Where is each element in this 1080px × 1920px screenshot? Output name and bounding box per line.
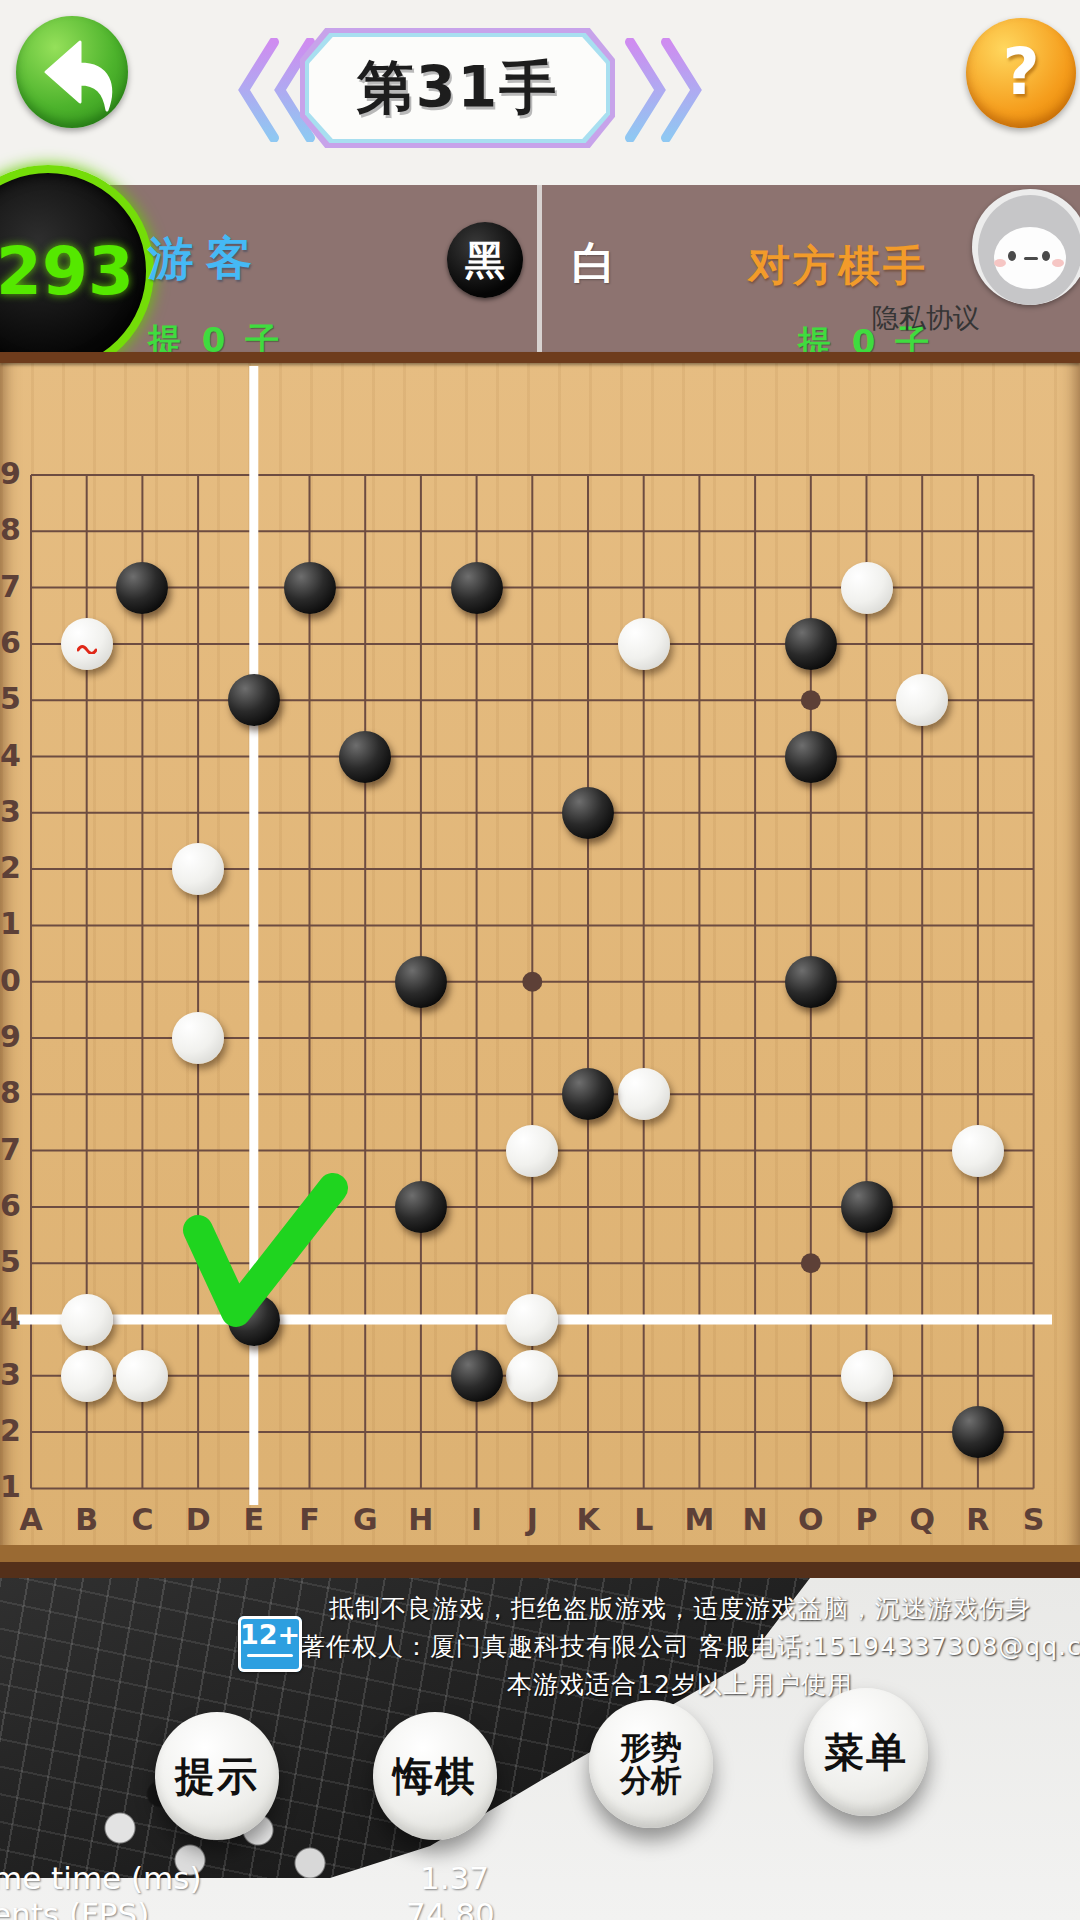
col-label-O: O xyxy=(791,1502,831,1537)
age-rating-badge: 12+ xyxy=(238,1616,302,1672)
row-label-19: 9 xyxy=(0,456,26,491)
col-label-E: E xyxy=(234,1502,274,1537)
col-label-M: M xyxy=(679,1502,719,1537)
stone-white-B3 xyxy=(61,1350,113,1402)
frame-time-value: 1.37 xyxy=(420,1860,489,1896)
row-label-6: 6 xyxy=(0,1188,26,1223)
age-suitability-notice: 本游戏适合12岁以上用户使用 xyxy=(300,1668,1060,1701)
stone-black-F17 xyxy=(284,562,336,614)
col-label-L: L xyxy=(624,1502,664,1537)
col-label-P: P xyxy=(847,1502,887,1537)
stone-black-O14 xyxy=(785,731,837,783)
stone-white-B16 xyxy=(61,618,113,670)
title-right-chevrons-icon xyxy=(616,38,702,142)
top-bar: 第31手 ? xyxy=(0,0,1080,185)
stone-black-G14 xyxy=(339,731,391,783)
stone-black-H10 xyxy=(395,956,447,1008)
black-player-name: 游客 xyxy=(148,228,264,290)
row-label-10: 0 xyxy=(0,963,26,998)
col-label-K: K xyxy=(568,1502,608,1537)
col-label-D: D xyxy=(178,1502,218,1537)
back-arrow-icon xyxy=(16,16,128,128)
player-panel-divider xyxy=(537,185,542,352)
board-bottom-shadow xyxy=(0,1562,1080,1578)
last-white-move-mark xyxy=(77,639,97,648)
stone-black-K13 xyxy=(562,787,614,839)
col-label-C: C xyxy=(122,1502,162,1537)
col-label-B: B xyxy=(67,1502,107,1537)
go-board[interactable]: 9876543210987654321ABCDEFGHIJKLMNOPQRS xyxy=(0,352,1080,1578)
stone-black-E15 xyxy=(228,674,280,726)
stone-white-D12 xyxy=(172,843,224,895)
hint-button[interactable]: 提示 xyxy=(155,1712,279,1840)
stone-white-D9 xyxy=(172,1012,224,1064)
row-label-18: 8 xyxy=(0,512,26,547)
move-title-badge: 第31手 xyxy=(300,28,615,148)
row-label-13: 3 xyxy=(0,794,26,829)
stone-white-L8 xyxy=(618,1068,670,1120)
col-label-R: R xyxy=(958,1502,998,1537)
stone-white-R7 xyxy=(952,1125,1004,1177)
fps-label: ents (FPS) xyxy=(0,1896,149,1920)
stone-white-J7 xyxy=(506,1125,558,1177)
col-label-J: J xyxy=(512,1502,552,1537)
col-label-Q: Q xyxy=(902,1502,942,1537)
row-label-7: 7 xyxy=(0,1132,26,1167)
col-label-G: G xyxy=(345,1502,385,1537)
stone-black-O10 xyxy=(785,956,837,1008)
analysis-button[interactable]: 形势分析 xyxy=(589,1700,713,1828)
debug-overlay: me time (ms) 1.37 ents (FPS) 74.80 xyxy=(0,1860,592,1920)
stone-black-R2 xyxy=(952,1406,1004,1458)
col-label-A: A xyxy=(11,1502,51,1537)
undo-button[interactable]: 悔棋 xyxy=(373,1712,497,1840)
move-number-title: 第31手 xyxy=(300,28,615,148)
help-button[interactable]: ? xyxy=(966,18,1076,128)
stone-black-P6 xyxy=(841,1181,893,1233)
row-label-17: 7 xyxy=(0,569,26,604)
stone-white-Q15 xyxy=(896,674,948,726)
row-label-14: 4 xyxy=(0,738,26,773)
col-label-I: I xyxy=(457,1502,497,1537)
row-label-8: 8 xyxy=(0,1075,26,1110)
go-app-screen: 第31手 ? 293 游客 提 0 子 黑 白 对方棋手 隐私协议 提 0 子 … xyxy=(0,0,1080,1920)
stone-white-J4 xyxy=(506,1294,558,1346)
anti-addiction-notice: 抵制不良游戏，拒绝盗版游戏，适度游戏益脑，沉迷游戏伤身 xyxy=(300,1592,1060,1625)
stone-black-O16 xyxy=(785,618,837,670)
board-bottom-edge xyxy=(0,1545,1080,1562)
fps-value: 74.80 xyxy=(406,1896,495,1920)
white-player-name: 对方棋手 xyxy=(748,238,928,294)
col-label-N: N xyxy=(735,1502,775,1537)
opponent-avatar xyxy=(972,189,1080,305)
confirm-move-check-button[interactable] xyxy=(170,1162,360,1342)
stone-black-K8 xyxy=(562,1068,614,1120)
stone-white-P17 xyxy=(841,562,893,614)
stone-black-C17 xyxy=(116,562,168,614)
row-label-15: 5 xyxy=(0,681,26,716)
white-side-label: 白 xyxy=(572,234,616,293)
row-label-1: 1 xyxy=(0,1469,26,1504)
privacy-agreement-link[interactable]: 隐私协议 xyxy=(872,300,980,336)
stone-black-I17 xyxy=(451,562,503,614)
stone-white-J3 xyxy=(506,1350,558,1402)
stone-white-C3 xyxy=(116,1350,168,1402)
row-label-11: 1 xyxy=(0,906,26,941)
col-label-H: H xyxy=(401,1502,441,1537)
row-label-12: 2 xyxy=(0,850,26,885)
frame-time-label: me time (ms) xyxy=(0,1860,202,1896)
back-button[interactable] xyxy=(16,16,128,128)
stone-white-L16 xyxy=(618,618,670,670)
row-label-16: 6 xyxy=(0,625,26,660)
stone-black-H6 xyxy=(395,1181,447,1233)
row-label-2: 2 xyxy=(0,1413,26,1448)
copyright-notice: 著作权人：厦门真趣科技有限公司 客服电话:15194337308@qq.com xyxy=(300,1630,1060,1663)
stone-black-I3 xyxy=(451,1350,503,1402)
row-label-9: 9 xyxy=(0,1019,26,1054)
row-label-4: 4 xyxy=(0,1301,26,1336)
stone-white-P3 xyxy=(841,1350,893,1402)
menu-button[interactable]: 菜单 xyxy=(804,1688,928,1816)
col-label-F: F xyxy=(290,1502,330,1537)
row-label-5: 5 xyxy=(0,1244,26,1279)
stone-white-B4 xyxy=(61,1294,113,1346)
row-label-3: 3 xyxy=(0,1357,26,1392)
col-label-S: S xyxy=(1014,1502,1054,1537)
black-color-badge: 黑 xyxy=(447,222,523,298)
